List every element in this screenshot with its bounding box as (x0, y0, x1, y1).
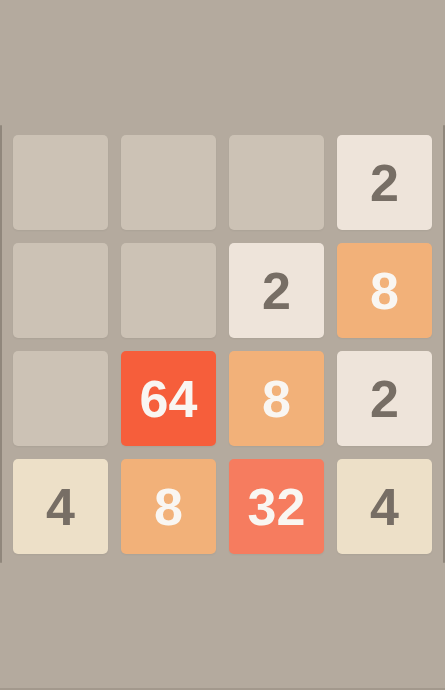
tile-8: 8 (229, 351, 324, 446)
empty-cell (13, 243, 108, 338)
tile-64: 64 (121, 351, 216, 446)
tile-32: 32 (229, 459, 324, 554)
tile-2: 2 (229, 243, 324, 338)
tile-4: 4 (337, 459, 432, 554)
tile-2: 2 (337, 351, 432, 446)
board-left-edge-shadow (0, 125, 2, 563)
tile-4: 4 (13, 459, 108, 554)
empty-cell (121, 135, 216, 230)
empty-cell (13, 135, 108, 230)
tile-8: 8 (121, 459, 216, 554)
empty-cell (229, 135, 324, 230)
tile-2: 2 (337, 135, 432, 230)
game-screen: 228648248324 (0, 0, 445, 690)
empty-cell (13, 351, 108, 446)
tile-8: 8 (337, 243, 432, 338)
empty-cell (121, 243, 216, 338)
game-board[interactable]: 228648248324 (0, 122, 445, 567)
